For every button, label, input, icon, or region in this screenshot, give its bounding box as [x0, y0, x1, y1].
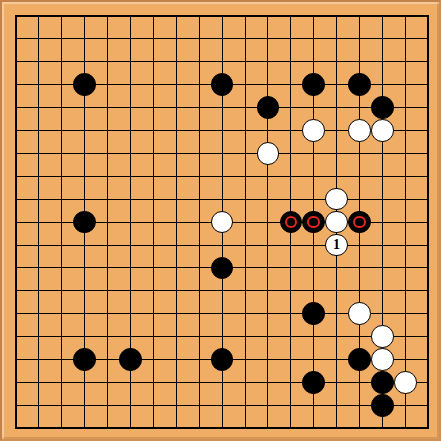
- black-stone: [257, 96, 280, 119]
- red-circle-marker-icon: [307, 216, 320, 229]
- black-stone: [302, 302, 325, 325]
- black-stone: [371, 371, 394, 394]
- black-stone: [348, 73, 371, 96]
- black-stone: [73, 73, 96, 96]
- white-stone: [394, 371, 417, 394]
- black-stone: [211, 348, 234, 371]
- black-stone: [371, 394, 394, 417]
- white-stone: [348, 119, 371, 142]
- white-stone: [257, 142, 280, 165]
- white-stone: [348, 302, 371, 325]
- white-stone: [325, 211, 348, 234]
- black-stone: [348, 348, 371, 371]
- white-stone: [371, 325, 394, 348]
- white-stone: [302, 119, 325, 142]
- black-stone: [119, 348, 142, 371]
- black-stone: [302, 73, 325, 96]
- white-stone: [371, 119, 394, 142]
- white-stone: [371, 348, 394, 371]
- black-stone: [302, 371, 325, 394]
- black-stone: [371, 96, 394, 119]
- white-stone-move-1: 1: [325, 234, 348, 257]
- black-stone: [73, 348, 96, 371]
- move-number-label: 1: [333, 237, 340, 251]
- black-stone-circled: [348, 211, 371, 234]
- red-circle-marker-icon: [285, 216, 298, 229]
- red-circle-marker-icon: [353, 216, 366, 229]
- go-board: 1: [0, 0, 441, 441]
